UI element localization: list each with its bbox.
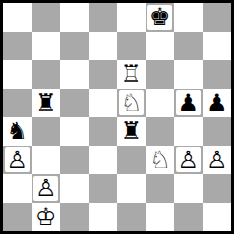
square-f6[interactable] (146, 60, 175, 89)
square-a6[interactable] (3, 60, 32, 89)
square-d5[interactable] (89, 89, 118, 118)
square-f8[interactable]: ♚ (146, 3, 175, 32)
square-a4[interactable]: ♞ (3, 117, 32, 146)
piece-white-pawn: ♙ (204, 147, 229, 172)
square-d4[interactable] (89, 117, 118, 146)
square-c6[interactable] (60, 60, 89, 89)
square-c3[interactable] (60, 146, 89, 175)
square-a1[interactable] (3, 203, 32, 232)
square-e7[interactable] (117, 32, 146, 61)
square-g5[interactable]: ♟ (174, 89, 203, 118)
square-b7[interactable] (32, 32, 61, 61)
square-e5[interactable]: ♘ (117, 89, 146, 118)
piece-white-pawn: ♙ (33, 176, 58, 201)
square-g1[interactable] (174, 203, 203, 232)
square-e8[interactable] (117, 3, 146, 32)
square-b8[interactable] (32, 3, 61, 32)
square-c7[interactable] (60, 32, 89, 61)
square-b6[interactable] (32, 60, 61, 89)
piece-black-pawn: ♟ (204, 90, 229, 115)
square-e2[interactable] (117, 174, 146, 203)
square-h8[interactable] (203, 3, 232, 32)
square-h1[interactable] (203, 203, 232, 232)
square-h5[interactable]: ♟ (203, 89, 232, 118)
square-g7[interactable] (174, 32, 203, 61)
square-g4[interactable] (174, 117, 203, 146)
square-c2[interactable] (60, 174, 89, 203)
square-f2[interactable] (146, 174, 175, 203)
piece-white-knight: ♘ (147, 147, 172, 172)
piece-white-rook: ♖ (119, 62, 144, 87)
square-g3[interactable]: ♙ (174, 146, 203, 175)
square-h3[interactable]: ♙ (203, 146, 232, 175)
square-b1[interactable]: ♔ (32, 203, 61, 232)
piece-white-knight: ♘ (119, 90, 144, 115)
square-f5[interactable] (146, 89, 175, 118)
square-f1[interactable] (146, 203, 175, 232)
chess-board-frame: ♚♖♜♘♟♟♞♜♙♘♙♙♙♔ (0, 0, 234, 234)
square-e4[interactable]: ♜ (117, 117, 146, 146)
piece-white-pawn: ♙ (176, 147, 201, 172)
square-f4[interactable] (146, 117, 175, 146)
square-c4[interactable] (60, 117, 89, 146)
piece-black-king: ♚ (147, 5, 172, 30)
square-c8[interactable] (60, 3, 89, 32)
square-a3[interactable]: ♙ (3, 146, 32, 175)
square-f7[interactable] (146, 32, 175, 61)
square-d1[interactable] (89, 203, 118, 232)
square-c1[interactable] (60, 203, 89, 232)
piece-white-king: ♔ (33, 204, 58, 229)
square-a8[interactable] (3, 3, 32, 32)
square-d2[interactable] (89, 174, 118, 203)
square-g8[interactable] (174, 3, 203, 32)
square-a5[interactable] (3, 89, 32, 118)
square-h7[interactable] (203, 32, 232, 61)
square-h4[interactable] (203, 117, 232, 146)
square-d7[interactable] (89, 32, 118, 61)
square-h2[interactable] (203, 174, 232, 203)
square-a7[interactable] (3, 32, 32, 61)
piece-black-pawn: ♟ (176, 90, 201, 115)
square-g2[interactable] (174, 174, 203, 203)
piece-black-knight: ♞ (5, 119, 30, 144)
square-b5[interactable]: ♜ (32, 89, 61, 118)
square-b3[interactable] (32, 146, 61, 175)
square-f3[interactable]: ♘ (146, 146, 175, 175)
square-e6[interactable]: ♖ (117, 60, 146, 89)
piece-black-rook: ♜ (119, 119, 144, 144)
square-c5[interactable] (60, 89, 89, 118)
square-e3[interactable] (117, 146, 146, 175)
piece-black-rook: ♜ (33, 90, 58, 115)
square-d6[interactable] (89, 60, 118, 89)
square-b4[interactable] (32, 117, 61, 146)
piece-white-pawn: ♙ (5, 147, 30, 172)
square-e1[interactable] (117, 203, 146, 232)
square-h6[interactable] (203, 60, 232, 89)
square-b2[interactable]: ♙ (32, 174, 61, 203)
chess-board: ♚♖♜♘♟♟♞♜♙♘♙♙♙♔ (3, 3, 231, 231)
square-d8[interactable] (89, 3, 118, 32)
square-d3[interactable] (89, 146, 118, 175)
square-a2[interactable] (3, 174, 32, 203)
square-g6[interactable] (174, 60, 203, 89)
